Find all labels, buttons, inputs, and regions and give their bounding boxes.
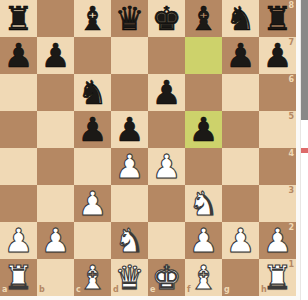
square-d4[interactable]: ♟ — [111, 148, 148, 185]
square-f6[interactable] — [185, 74, 222, 111]
square-a8[interactable]: ♜ — [0, 0, 37, 37]
square-e3[interactable] — [148, 185, 185, 222]
piece-black-queen[interactable]: ♛ — [115, 0, 145, 37]
square-f2[interactable]: ♟ — [185, 222, 222, 259]
piece-white-queen[interactable]: ♛ — [115, 259, 145, 296]
piece-black-knight[interactable]: ♞ — [226, 0, 256, 37]
piece-black-bishop[interactable]: ♝ — [189, 0, 219, 37]
square-b5[interactable] — [37, 111, 74, 148]
rank-label-2: 2 — [288, 224, 294, 232]
file-label-g: g — [224, 286, 230, 294]
piece-black-pawn[interactable]: ♟ — [4, 37, 34, 74]
file-label-e: e — [150, 286, 155, 294]
square-h2[interactable]: ♟2 — [259, 222, 296, 259]
file-label-f: f — [187, 286, 190, 294]
rank-label-1: 1 — [288, 261, 294, 269]
square-b2[interactable]: ♟ — [37, 222, 74, 259]
square-c5[interactable]: ♟ — [74, 111, 111, 148]
chess-app: ♜♝♛♚♝♞♜8♟♟♟♟7♞♟6♟♟♟5♟♟4♟♞3♟♟♞♟♟♟2♜ab♝c♛d… — [0, 0, 308, 300]
square-e5[interactable] — [148, 111, 185, 148]
square-h3[interactable]: 3 — [259, 185, 296, 222]
square-c3[interactable]: ♟ — [74, 185, 111, 222]
square-b1[interactable]: b — [37, 259, 74, 296]
square-c7[interactable] — [74, 37, 111, 74]
square-g7[interactable]: ♟ — [222, 37, 259, 74]
file-label-c: c — [76, 286, 81, 294]
piece-white-rook[interactable]: ♜ — [4, 259, 34, 296]
piece-black-pawn[interactable]: ♟ — [78, 111, 108, 148]
square-d5[interactable]: ♟ — [111, 111, 148, 148]
square-c1[interactable]: ♝c — [74, 259, 111, 296]
square-g2[interactable]: ♟ — [222, 222, 259, 259]
square-a7[interactable]: ♟ — [0, 37, 37, 74]
piece-white-pawn[interactable]: ♟ — [189, 222, 219, 259]
square-b6[interactable] — [37, 74, 74, 111]
square-e2[interactable] — [148, 222, 185, 259]
piece-white-pawn[interactable]: ♟ — [152, 148, 182, 185]
piece-white-knight[interactable]: ♞ — [115, 222, 145, 259]
square-e7[interactable] — [148, 37, 185, 74]
rank-label-3: 3 — [288, 187, 294, 195]
piece-black-king[interactable]: ♚ — [152, 0, 182, 37]
file-label-d: d — [113, 286, 119, 294]
square-h1[interactable]: ♜1h — [259, 259, 296, 296]
rank-label-8: 8 — [288, 2, 294, 10]
square-e8[interactable]: ♚ — [148, 0, 185, 37]
piece-white-pawn[interactable]: ♟ — [115, 148, 145, 185]
square-e4[interactable]: ♟ — [148, 148, 185, 185]
piece-black-pawn[interactable]: ♟ — [152, 74, 182, 111]
piece-black-pawn[interactable]: ♟ — [115, 111, 145, 148]
square-f7[interactable] — [185, 37, 222, 74]
square-h4[interactable]: 4 — [259, 148, 296, 185]
piece-black-rook[interactable]: ♜ — [4, 0, 34, 37]
square-c6[interactable]: ♞ — [74, 74, 111, 111]
square-b4[interactable] — [37, 148, 74, 185]
file-label-a: a — [2, 286, 7, 294]
piece-white-pawn[interactable]: ♟ — [78, 185, 108, 222]
square-h8[interactable]: ♜8 — [259, 0, 296, 37]
eval-bar — [300, 0, 308, 300]
square-b3[interactable] — [37, 185, 74, 222]
piece-black-bishop[interactable]: ♝ — [78, 0, 108, 37]
square-f1[interactable]: ♝f — [185, 259, 222, 296]
square-a5[interactable] — [0, 111, 37, 148]
square-f4[interactable] — [185, 148, 222, 185]
square-e6[interactable]: ♟ — [148, 74, 185, 111]
square-c4[interactable] — [74, 148, 111, 185]
piece-white-pawn[interactable]: ♟ — [4, 222, 34, 259]
square-g3[interactable] — [222, 185, 259, 222]
square-g6[interactable] — [222, 74, 259, 111]
square-a3[interactable] — [0, 185, 37, 222]
rank-label-4: 4 — [288, 150, 294, 158]
piece-black-pawn[interactable]: ♟ — [189, 111, 219, 148]
piece-white-bishop[interactable]: ♝ — [189, 259, 219, 296]
square-b8[interactable] — [37, 0, 74, 37]
square-d3[interactable] — [111, 185, 148, 222]
square-h7[interactable]: ♟7 — [259, 37, 296, 74]
piece-black-knight[interactable]: ♞ — [78, 74, 108, 111]
piece-white-pawn[interactable]: ♟ — [226, 222, 256, 259]
square-d7[interactable] — [111, 37, 148, 74]
rank-label-5: 5 — [288, 113, 294, 121]
square-h6[interactable]: 6 — [259, 74, 296, 111]
chess-board: ♜♝♛♚♝♞♜8♟♟♟♟7♞♟6♟♟♟5♟♟4♟♞3♟♟♞♟♟♟2♜ab♝c♛d… — [0, 0, 296, 296]
square-g8[interactable]: ♞ — [222, 0, 259, 37]
square-g4[interactable] — [222, 148, 259, 185]
square-b7[interactable]: ♟ — [37, 37, 74, 74]
square-a1[interactable]: ♜a — [0, 259, 37, 296]
square-a6[interactable] — [0, 74, 37, 111]
square-a2[interactable]: ♟ — [0, 222, 37, 259]
square-f5[interactable]: ♟ — [185, 111, 222, 148]
square-c2[interactable] — [74, 222, 111, 259]
square-g1[interactable]: g — [222, 259, 259, 296]
square-h5[interactable]: 5 — [259, 111, 296, 148]
rank-label-6: 6 — [288, 76, 294, 84]
piece-white-pawn[interactable]: ♟ — [41, 222, 71, 259]
square-d8[interactable]: ♛ — [111, 0, 148, 37]
square-d2[interactable]: ♞ — [111, 222, 148, 259]
piece-black-pawn[interactable]: ♟ — [41, 37, 71, 74]
file-label-h: h — [261, 286, 267, 294]
square-e1[interactable]: ♚e — [148, 259, 185, 296]
file-label-b: b — [39, 286, 45, 294]
square-a4[interactable] — [0, 148, 37, 185]
piece-black-pawn[interactable]: ♟ — [226, 37, 256, 74]
square-f8[interactable]: ♝ — [185, 0, 222, 37]
square-g5[interactable] — [222, 111, 259, 148]
square-c8[interactable]: ♝ — [74, 0, 111, 37]
square-f3[interactable]: ♞ — [185, 185, 222, 222]
piece-white-bishop[interactable]: ♝ — [78, 259, 108, 296]
eval-bar-black-portion — [301, 0, 308, 120]
piece-white-king[interactable]: ♚ — [152, 259, 182, 296]
square-d6[interactable] — [111, 74, 148, 111]
rank-label-7: 7 — [288, 39, 294, 47]
square-d1[interactable]: ♛d — [111, 259, 148, 296]
eval-bar-midpoint-tick — [301, 148, 308, 153]
piece-white-knight[interactable]: ♞ — [189, 185, 219, 222]
